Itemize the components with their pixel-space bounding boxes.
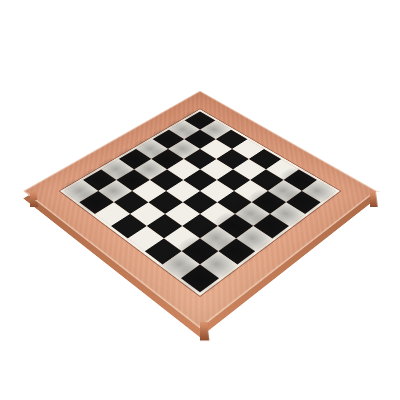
chess-board: ♜♟♟♜♞♟♟♞♝♟♟♝♚♟♟♚♛♟♟♛♝♟♟♝♞♟♟♞♜♟♟♜ [23, 91, 377, 329]
foot-icon [20, 184, 40, 207]
pawn-icon: ♟ [56, 182, 137, 204]
square-a1: ♜ [181, 264, 219, 292]
product-photo: ♜♟♟♜♞♟♟♞♝♟♟♝♚♟♟♚♛♟♟♛♝♟♟♝♞♟♟♞♜♟♟♜ [0, 0, 400, 400]
foot-icon [360, 184, 380, 207]
rook-icon: ♜ [155, 251, 244, 280]
chess-board-grid: ♜♟♟♜♞♟♟♞♝♟♟♝♚♟♟♚♛♟♟♛♝♟♟♝♞♟♟♞♜♟♟♜ [60, 109, 340, 296]
